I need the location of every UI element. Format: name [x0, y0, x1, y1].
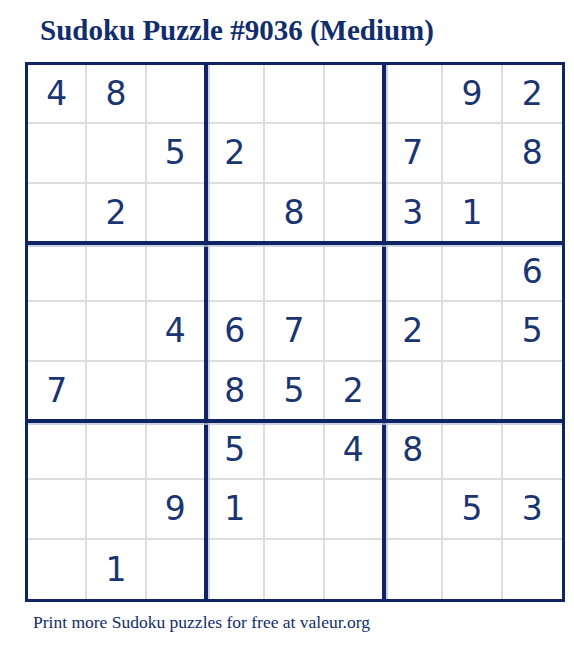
cell-r1c4[interactable] — [206, 65, 265, 124]
cell-r9c3[interactable] — [147, 540, 206, 599]
cell-r3c1[interactable] — [28, 184, 87, 243]
block-divider-vertical-1 — [204, 65, 208, 599]
cell-r8c2[interactable] — [87, 480, 146, 539]
cell-r1c7[interactable] — [384, 65, 443, 124]
given-digit: 8 — [105, 74, 126, 113]
cell-r6c1: 7 — [28, 362, 87, 421]
block-divider-horizontal-1 — [28, 241, 562, 245]
block-divider-horizontal-2 — [28, 419, 562, 423]
cell-r8c6[interactable] — [325, 480, 384, 539]
cell-r3c6[interactable] — [325, 184, 384, 243]
given-digit: 9 — [461, 74, 482, 113]
footer-text: Print more Sudoku puzzles for free at va… — [33, 612, 370, 633]
given-digit: 2 — [224, 133, 245, 172]
cell-r7c1[interactable] — [28, 421, 87, 480]
cell-r4c6[interactable] — [325, 243, 384, 302]
cell-r7c9[interactable] — [503, 421, 562, 480]
cell-r2c8[interactable] — [443, 124, 502, 183]
cell-r9c1[interactable] — [28, 540, 87, 599]
given-digit: 1 — [461, 193, 482, 232]
cell-r1c9: 2 — [503, 65, 562, 124]
cell-r1c2: 8 — [87, 65, 146, 124]
cell-r6c3[interactable] — [147, 362, 206, 421]
cell-r2c7: 7 — [384, 124, 443, 183]
cell-r8c1[interactable] — [28, 480, 87, 539]
cell-r8c3: 9 — [147, 480, 206, 539]
cell-r4c9: 6 — [503, 243, 562, 302]
cell-r4c4[interactable] — [206, 243, 265, 302]
cell-r6c5: 5 — [265, 362, 324, 421]
given-digit: 8 — [283, 193, 304, 232]
cell-r7c2[interactable] — [87, 421, 146, 480]
cell-r5c2[interactable] — [87, 302, 146, 361]
given-digit: 4 — [165, 311, 186, 350]
given-digit: 5 — [283, 371, 304, 410]
cell-r3c9[interactable] — [503, 184, 562, 243]
cell-r4c7[interactable] — [384, 243, 443, 302]
cell-r7c3[interactable] — [147, 421, 206, 480]
cell-r4c2[interactable] — [87, 243, 146, 302]
given-digit: 2 — [105, 193, 126, 232]
cell-r2c5[interactable] — [265, 124, 324, 183]
given-digit: 7 — [46, 371, 67, 410]
given-digit: 7 — [283, 311, 304, 350]
cell-r8c5[interactable] — [265, 480, 324, 539]
given-digit: 8 — [522, 133, 543, 172]
cell-r2c4: 2 — [206, 124, 265, 183]
cell-r7c4: 5 — [206, 421, 265, 480]
cell-r5c3: 4 — [147, 302, 206, 361]
given-digit: 2 — [343, 371, 364, 410]
cell-r7c6: 4 — [325, 421, 384, 480]
cell-r5c4: 6 — [206, 302, 265, 361]
cell-r9c5[interactable] — [265, 540, 324, 599]
cell-r7c7: 8 — [384, 421, 443, 480]
cell-r7c5[interactable] — [265, 421, 324, 480]
cell-r8c8: 5 — [443, 480, 502, 539]
cell-r5c9: 5 — [503, 302, 562, 361]
cell-r9c9[interactable] — [503, 540, 562, 599]
given-digit: 6 — [224, 311, 245, 350]
cell-r3c4[interactable] — [206, 184, 265, 243]
given-digit: 3 — [402, 193, 423, 232]
cell-r6c4: 8 — [206, 362, 265, 421]
cell-r2c9: 8 — [503, 124, 562, 183]
cell-r5c6[interactable] — [325, 302, 384, 361]
given-digit: 2 — [522, 74, 543, 113]
given-digit: 5 — [461, 489, 482, 528]
cell-r6c9[interactable] — [503, 362, 562, 421]
given-digit: 8 — [402, 430, 423, 469]
cell-r4c3[interactable] — [147, 243, 206, 302]
cell-r3c8: 1 — [443, 184, 502, 243]
given-digit: 5 — [224, 430, 245, 469]
cell-r1c5[interactable] — [265, 65, 324, 124]
cell-r5c8[interactable] — [443, 302, 502, 361]
cell-r8c9: 3 — [503, 480, 562, 539]
given-digit: 3 — [522, 489, 543, 528]
cell-r5c7: 2 — [384, 302, 443, 361]
given-digit: 9 — [165, 489, 186, 528]
cell-r1c8: 9 — [443, 65, 502, 124]
cell-r1c1: 4 — [28, 65, 87, 124]
cell-r2c1[interactable] — [28, 124, 87, 183]
given-digit: 6 — [522, 252, 543, 291]
cell-r4c1[interactable] — [28, 243, 87, 302]
cell-r9c4[interactable] — [206, 540, 265, 599]
cell-r5c1[interactable] — [28, 302, 87, 361]
cell-r2c6[interactable] — [325, 124, 384, 183]
given-digit: 8 — [224, 371, 245, 410]
page: Sudoku Puzzle #9036 (Medium) 48925278283… — [0, 0, 574, 651]
given-digit: 1 — [224, 489, 245, 528]
cell-r8c4: 1 — [206, 480, 265, 539]
cell-r9c8[interactable] — [443, 540, 502, 599]
given-digit: 5 — [522, 311, 543, 350]
cell-r4c8[interactable] — [443, 243, 502, 302]
cell-r6c6: 2 — [325, 362, 384, 421]
cell-r9c7[interactable] — [384, 540, 443, 599]
cell-r4c5[interactable] — [265, 243, 324, 302]
given-digit: 4 — [46, 74, 67, 113]
cell-r5c5: 7 — [265, 302, 324, 361]
given-digit: 7 — [402, 133, 423, 172]
given-digit: 5 — [165, 133, 186, 172]
block-divider-vertical-2 — [382, 65, 386, 599]
given-digit: 4 — [343, 430, 364, 469]
cell-r3c2: 2 — [87, 184, 146, 243]
cell-r3c5: 8 — [265, 184, 324, 243]
cell-r9c6[interactable] — [325, 540, 384, 599]
cell-r6c7[interactable] — [384, 362, 443, 421]
cell-r3c7: 3 — [384, 184, 443, 243]
cell-r1c3[interactable] — [147, 65, 206, 124]
cell-r8c7[interactable] — [384, 480, 443, 539]
cell-r6c2[interactable] — [87, 362, 146, 421]
sudoku-board: 489252782831646725785254891531 — [25, 62, 565, 602]
given-digit: 2 — [402, 311, 423, 350]
page-title: Sudoku Puzzle #9036 (Medium) — [40, 14, 434, 47]
cell-r1c6[interactable] — [325, 65, 384, 124]
cell-r7c8[interactable] — [443, 421, 502, 480]
given-digit: 1 — [105, 550, 126, 589]
cell-r2c2[interactable] — [87, 124, 146, 183]
cell-r9c2: 1 — [87, 540, 146, 599]
cell-r3c3[interactable] — [147, 184, 206, 243]
cell-r2c3: 5 — [147, 124, 206, 183]
cell-r6c8[interactable] — [443, 362, 502, 421]
